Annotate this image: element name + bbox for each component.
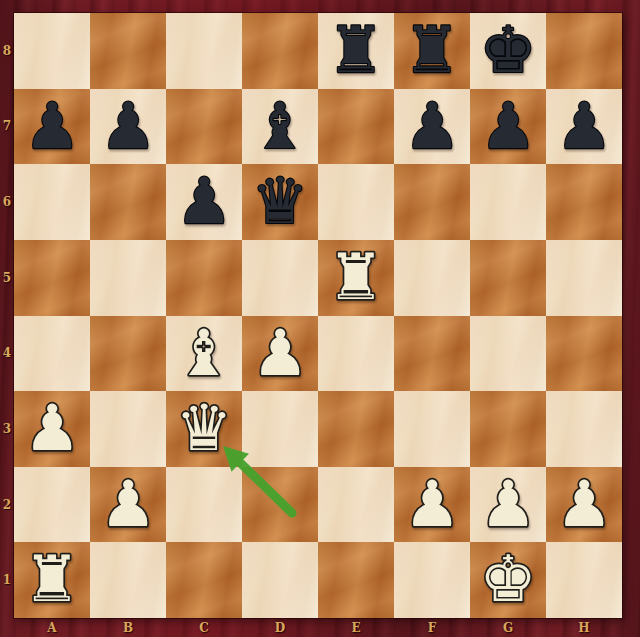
svg-text:♟: ♟ [403,467,460,541]
svg-text:♟: ♟ [403,89,460,163]
square-b2[interactable]: ♟ [90,467,166,543]
square-b3[interactable] [90,391,166,467]
square-g8[interactable]: ♚ [470,13,546,89]
rank-label-6: 6 [0,164,14,240]
file-label-h: H [546,618,622,637]
board-frame: ♜♜♚♟♟♝♟♟♟♟♛♜♝♟♟♛♟♟♟♟♜♚ 87654321ABCDEFGH [0,0,640,637]
piece-white-pawn[interactable]: ♟ [242,316,318,392]
svg-text:♟: ♟ [479,467,536,541]
svg-text:♛: ♛ [251,164,308,238]
rank-label-1: 1 [0,542,14,618]
svg-text:♚: ♚ [479,542,536,616]
svg-text:♟: ♟ [175,164,232,238]
svg-text:♟: ♟ [23,89,80,163]
square-g5[interactable] [470,240,546,316]
square-e6[interactable] [318,164,394,240]
square-f1[interactable] [394,542,470,618]
svg-text:♟: ♟ [251,316,308,390]
piece-white-rook[interactable]: ♜ [14,542,90,618]
file-label-e: E [318,618,394,637]
square-f4[interactable] [394,316,470,392]
file-label-f: F [394,618,470,637]
square-h6[interactable] [546,164,622,240]
square-d4[interactable]: ♟ [242,316,318,392]
piece-black-pawn[interactable]: ♟ [14,89,90,165]
svg-text:♝: ♝ [175,316,232,390]
file-label-b: B [90,618,166,637]
square-f3[interactable] [394,391,470,467]
piece-black-rook[interactable]: ♜ [318,13,394,89]
square-b1[interactable] [90,542,166,618]
square-e1[interactable] [318,542,394,618]
square-a1[interactable]: ♜ [14,542,90,618]
piece-white-pawn[interactable]: ♟ [470,467,546,543]
square-e8[interactable]: ♜ [318,13,394,89]
square-f5[interactable] [394,240,470,316]
square-f8[interactable]: ♜ [394,13,470,89]
square-d6[interactable]: ♛ [242,164,318,240]
piece-white-queen[interactable]: ♛ [166,391,242,467]
square-f2[interactable]: ♟ [394,467,470,543]
square-d5[interactable] [242,240,318,316]
piece-white-bishop[interactable]: ♝ [166,316,242,392]
square-h1[interactable] [546,542,622,618]
square-a4[interactable] [14,316,90,392]
square-c1[interactable] [166,542,242,618]
square-g4[interactable] [470,316,546,392]
square-a2[interactable] [14,467,90,543]
square-c5[interactable] [166,240,242,316]
svg-text:♜: ♜ [327,13,384,87]
square-g2[interactable]: ♟ [470,467,546,543]
rank-label-8: 8 [0,13,14,89]
svg-text:♛: ♛ [175,391,232,465]
piece-black-pawn[interactable]: ♟ [166,164,242,240]
rank-label-2: 2 [0,467,14,543]
square-c6[interactable]: ♟ [166,164,242,240]
square-h4[interactable] [546,316,622,392]
square-g6[interactable] [470,164,546,240]
piece-black-king[interactable]: ♚ [470,13,546,89]
square-g7[interactable]: ♟ [470,89,546,165]
square-f7[interactable]: ♟ [394,89,470,165]
svg-text:♟: ♟ [99,89,156,163]
piece-white-king[interactable]: ♚ [470,542,546,618]
square-c3[interactable]: ♛ [166,391,242,467]
piece-white-pawn[interactable]: ♟ [14,391,90,467]
svg-text:♟: ♟ [555,89,612,163]
square-g3[interactable] [470,391,546,467]
piece-black-rook[interactable]: ♜ [394,13,470,89]
square-g1[interactable]: ♚ [470,542,546,618]
square-b6[interactable] [90,164,166,240]
square-a7[interactable]: ♟ [14,89,90,165]
square-h3[interactable] [546,391,622,467]
square-d7[interactable]: ♝ [242,89,318,165]
svg-text:♟: ♟ [99,467,156,541]
square-a3[interactable]: ♟ [14,391,90,467]
square-d2[interactable] [242,467,318,543]
piece-white-rook[interactable]: ♜ [318,240,394,316]
file-label-d: D [242,618,318,637]
piece-black-pawn[interactable]: ♟ [90,89,166,165]
square-d3[interactable] [242,391,318,467]
square-b5[interactable] [90,240,166,316]
svg-text:♚: ♚ [479,13,536,87]
square-e4[interactable] [318,316,394,392]
square-h5[interactable] [546,240,622,316]
chess-board: ♜♜♚♟♟♝♟♟♟♟♛♜♝♟♟♛♟♟♟♟♜♚ [14,13,622,618]
svg-text:♟: ♟ [555,467,612,541]
piece-white-pawn[interactable]: ♟ [90,467,166,543]
square-c7[interactable] [166,89,242,165]
square-h8[interactable] [546,13,622,89]
square-a6[interactable] [14,164,90,240]
square-f6[interactable] [394,164,470,240]
rank-label-4: 4 [0,316,14,392]
square-c8[interactable] [166,13,242,89]
svg-text:♟: ♟ [479,89,536,163]
square-e3[interactable] [318,391,394,467]
piece-white-pawn[interactable]: ♟ [394,467,470,543]
square-c4[interactable]: ♝ [166,316,242,392]
piece-black-pawn[interactable]: ♟ [470,89,546,165]
rank-label-7: 7 [0,89,14,165]
piece-white-pawn[interactable]: ♟ [546,467,622,543]
square-c2[interactable] [166,467,242,543]
square-h2[interactable]: ♟ [546,467,622,543]
square-d8[interactable] [242,13,318,89]
piece-black-bishop[interactable]: ♝ [242,89,318,165]
square-h7[interactable]: ♟ [546,89,622,165]
square-d1[interactable] [242,542,318,618]
square-b7[interactable]: ♟ [90,89,166,165]
rank-label-5: 5 [0,240,14,316]
svg-text:♜: ♜ [327,240,384,314]
svg-text:♜: ♜ [23,542,80,616]
svg-text:♜: ♜ [403,13,460,87]
square-b4[interactable] [90,316,166,392]
square-e2[interactable] [318,467,394,543]
piece-black-queen[interactable]: ♛ [242,164,318,240]
piece-black-pawn[interactable]: ♟ [546,89,622,165]
square-a5[interactable] [14,240,90,316]
file-label-a: A [14,618,90,637]
svg-text:♟: ♟ [23,391,80,465]
square-a8[interactable] [14,13,90,89]
square-b8[interactable] [90,13,166,89]
file-label-g: G [470,618,546,637]
square-e5[interactable]: ♜ [318,240,394,316]
piece-black-pawn[interactable]: ♟ [394,89,470,165]
square-e7[interactable] [318,89,394,165]
rank-label-3: 3 [0,391,14,467]
file-label-c: C [166,618,242,637]
svg-text:♝: ♝ [251,89,308,163]
